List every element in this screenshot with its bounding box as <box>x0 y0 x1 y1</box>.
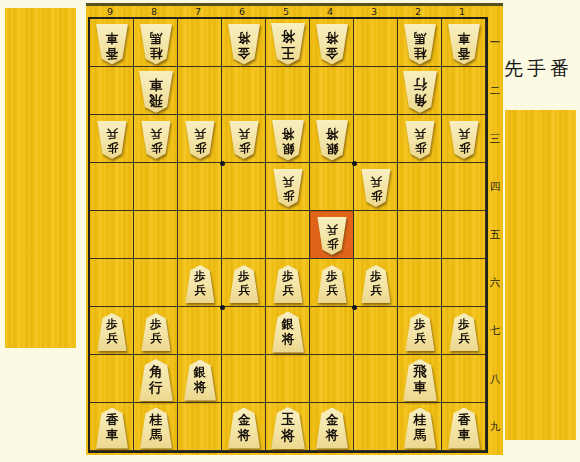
file-label: 5 <box>264 6 308 17</box>
square-31[interactable] <box>354 19 398 67</box>
piece-45-gote[interactable]: 歩兵 <box>317 217 348 255</box>
square-47[interactable] <box>310 307 354 355</box>
piece-73-gote[interactable]: 歩兵 <box>185 121 216 159</box>
square-98[interactable] <box>90 355 134 403</box>
piece-43-gote[interactable]: 銀将 <box>315 120 349 161</box>
square-79[interactable] <box>178 403 222 451</box>
piece-87-sente[interactable]: 歩兵 <box>141 313 172 351</box>
square-25[interactable] <box>398 211 442 259</box>
piece-59-sente[interactable]: 玉将 <box>270 407 306 449</box>
piece-93-gote[interactable]: 歩兵 <box>97 121 128 159</box>
piece-27-sente[interactable]: 歩兵 <box>405 313 436 351</box>
square-92[interactable] <box>90 67 134 115</box>
rank-label: 八 <box>488 355 502 403</box>
square-32[interactable] <box>354 67 398 115</box>
square-15[interactable] <box>442 211 486 259</box>
square-48[interactable] <box>310 355 354 403</box>
file-label: 3 <box>352 6 396 17</box>
piece-76-sente[interactable]: 歩兵 <box>185 265 216 303</box>
piece-29-sente[interactable]: 桂馬 <box>403 408 437 449</box>
piece-22-gote[interactable]: 角行 <box>402 71 438 113</box>
star-point <box>352 305 357 310</box>
piece-99-sente[interactable]: 香車 <box>95 408 129 449</box>
square-26[interactable] <box>398 259 442 307</box>
piece-57-sente[interactable]: 銀将 <box>271 312 305 353</box>
piece-34-gote[interactable]: 歩兵 <box>361 169 392 207</box>
piece-19-sente[interactable]: 香車 <box>447 408 481 449</box>
square-16[interactable] <box>442 259 486 307</box>
file-label: 6 <box>220 6 264 17</box>
square-72[interactable] <box>178 67 222 115</box>
square-75[interactable] <box>178 211 222 259</box>
piece-13-gote[interactable]: 歩兵 <box>449 121 480 159</box>
piece-51-gote[interactable]: 王将 <box>270 23 306 65</box>
file-label: 2 <box>396 6 440 17</box>
square-58[interactable] <box>266 355 310 403</box>
square-18[interactable] <box>442 355 486 403</box>
rank-label: 九 <box>488 403 502 451</box>
piece-53-gote[interactable]: 銀将 <box>271 120 305 161</box>
square-67[interactable] <box>222 307 266 355</box>
square-38[interactable] <box>354 355 398 403</box>
piece-66-sente[interactable]: 歩兵 <box>229 265 260 303</box>
piece-82-gote[interactable]: 飛車 <box>138 71 174 113</box>
square-12[interactable] <box>442 67 486 115</box>
rank-label: 三 <box>488 115 502 163</box>
piece-89-sente[interactable]: 桂馬 <box>139 408 173 449</box>
square-42[interactable] <box>310 67 354 115</box>
piece-91-gote[interactable]: 香車 <box>95 24 129 65</box>
piece-46-sente[interactable]: 歩兵 <box>317 265 348 303</box>
piece-28-sente[interactable]: 飛車 <box>402 359 438 401</box>
square-85[interactable] <box>134 211 178 259</box>
square-94[interactable] <box>90 163 134 211</box>
piece-41-gote[interactable]: 金将 <box>315 24 349 65</box>
square-37[interactable] <box>354 307 398 355</box>
rank-label: 四 <box>488 163 502 211</box>
square-77[interactable] <box>178 307 222 355</box>
square-68[interactable] <box>222 355 266 403</box>
square-33[interactable] <box>354 115 398 163</box>
rank-label: 二 <box>488 67 502 115</box>
piece-81-gote[interactable]: 桂馬 <box>139 24 173 65</box>
piece-17-sente[interactable]: 歩兵 <box>449 313 480 351</box>
file-label: 1 <box>440 6 484 17</box>
piece-97-sente[interactable]: 歩兵 <box>97 313 128 351</box>
square-96[interactable] <box>90 259 134 307</box>
shogi-board: 987654321 香車桂馬金将王将金将桂馬香車飛車角行歩兵歩兵歩兵歩兵銀将銀将… <box>86 3 503 455</box>
square-14[interactable] <box>442 163 486 211</box>
square-95[interactable] <box>90 211 134 259</box>
star-point <box>220 161 225 166</box>
piece-69-sente[interactable]: 金将 <box>227 408 261 449</box>
gote-komadai <box>5 8 76 348</box>
square-39[interactable] <box>354 403 398 451</box>
square-62[interactable] <box>222 67 266 115</box>
square-65[interactable] <box>222 211 266 259</box>
square-35[interactable] <box>354 211 398 259</box>
file-labels: 987654321 <box>88 6 484 17</box>
piece-11-gote[interactable]: 香車 <box>447 24 481 65</box>
piece-54-gote[interactable]: 歩兵 <box>273 169 304 207</box>
rank-label: 一 <box>488 19 502 67</box>
square-24[interactable] <box>398 163 442 211</box>
rank-label: 六 <box>488 259 502 307</box>
square-71[interactable] <box>178 19 222 67</box>
piece-63-gote[interactable]: 歩兵 <box>229 121 260 159</box>
rank-label: 五 <box>488 211 502 259</box>
file-label: 7 <box>176 6 220 17</box>
piece-61-gote[interactable]: 金将 <box>227 24 261 65</box>
file-label: 4 <box>308 6 352 17</box>
piece-21-gote[interactable]: 桂馬 <box>403 24 437 65</box>
piece-56-sente[interactable]: 歩兵 <box>273 265 304 303</box>
star-point <box>352 161 357 166</box>
square-86[interactable] <box>134 259 178 307</box>
square-55[interactable] <box>266 211 310 259</box>
sente-komadai <box>505 110 576 440</box>
square-44[interactable] <box>310 163 354 211</box>
board-grid: 香車桂馬金将王将金将桂馬香車飛車角行歩兵歩兵歩兵歩兵銀将銀将歩兵歩兵歩兵歩兵歩兵… <box>88 17 488 453</box>
turn-indicator: 先手番 <box>504 56 573 82</box>
square-84[interactable] <box>134 163 178 211</box>
rank-label: 七 <box>488 307 502 355</box>
star-point <box>220 305 225 310</box>
piece-83-gote[interactable]: 歩兵 <box>141 121 172 159</box>
square-74[interactable] <box>178 163 222 211</box>
file-label: 9 <box>88 6 132 17</box>
piece-78-sente[interactable]: 銀将 <box>183 360 217 401</box>
square-52[interactable] <box>266 67 310 115</box>
piece-36-sente[interactable]: 歩兵 <box>361 265 392 303</box>
square-64[interactable] <box>222 163 266 211</box>
piece-88-sente[interactable]: 角行 <box>138 359 174 401</box>
rank-labels: 一二三四五六七八九 <box>488 19 502 451</box>
file-label: 8 <box>132 6 176 17</box>
piece-49-sente[interactable]: 金将 <box>315 408 349 449</box>
piece-23-gote[interactable]: 歩兵 <box>405 121 436 159</box>
